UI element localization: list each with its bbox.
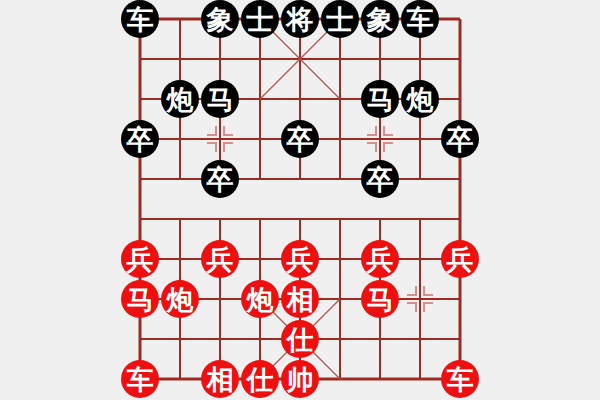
board-point[interactable]: 车 (120, 359, 160, 399)
board-point[interactable] (320, 79, 360, 119)
board-point[interactable] (240, 239, 280, 279)
board-point[interactable]: 兵 (120, 239, 160, 279)
board-point[interactable] (440, 79, 480, 119)
board-point[interactable]: 仕 (240, 359, 280, 399)
board-point[interactable] (440, 199, 480, 239)
piece-black-rook[interactable]: 车 (401, 0, 439, 38)
piece-grid: 车象士将士象车炮马马炮卒卒卒卒卒兵兵兵兵兵马炮炮相马仕车相仕帅车 (120, 0, 480, 399)
board-point[interactable]: 兵 (360, 239, 400, 279)
piece-black-pawn[interactable]: 卒 (281, 120, 319, 158)
board-point[interactable]: 马 (200, 79, 240, 119)
board-point[interactable] (160, 0, 200, 39)
board-point[interactable]: 炮 (160, 279, 200, 319)
board-point[interactable] (280, 79, 320, 119)
board-point[interactable]: 车 (400, 0, 440, 39)
piece-red-pawn[interactable]: 兵 (281, 240, 319, 278)
board-point[interactable] (240, 119, 280, 159)
board-point[interactable] (280, 199, 320, 239)
board-point[interactable]: 马 (360, 279, 400, 319)
board-point[interactable] (120, 319, 160, 359)
board-point[interactable] (280, 159, 320, 199)
board-point[interactable]: 相 (200, 359, 240, 399)
piece-red-pawn[interactable]: 兵 (201, 240, 239, 278)
board-point[interactable]: 卒 (440, 119, 480, 159)
board-point[interactable] (160, 119, 200, 159)
piece-black-pawn[interactable]: 卒 (121, 120, 159, 158)
board-point[interactable] (320, 39, 360, 79)
piece-red-cannon[interactable]: 炮 (241, 280, 279, 318)
board-point[interactable]: 马 (120, 279, 160, 319)
board-point[interactable]: 象 (200, 0, 240, 39)
board-point[interactable] (200, 199, 240, 239)
board-point[interactable] (400, 199, 440, 239)
board-point[interactable] (400, 119, 440, 159)
board-point[interactable] (120, 39, 160, 79)
board-point[interactable] (400, 39, 440, 79)
piece-black-rook[interactable]: 车 (121, 0, 159, 38)
board-point[interactable]: 卒 (200, 159, 240, 199)
piece-black-pawn[interactable]: 卒 (441, 120, 479, 158)
board-point[interactable] (240, 79, 280, 119)
board-point[interactable] (360, 199, 400, 239)
board-point[interactable] (320, 319, 360, 359)
board-point[interactable]: 卒 (120, 119, 160, 159)
board-point[interactable] (400, 279, 440, 319)
piece-red-horse[interactable]: 马 (361, 280, 399, 318)
board-point[interactable]: 车 (440, 359, 480, 399)
xiangqi-board: 车象士将士象车炮马马炮卒卒卒卒卒兵兵兵兵兵马炮炮相马仕车相仕帅车 (0, 0, 600, 400)
board-point[interactable] (320, 359, 360, 399)
piece-black-advisor[interactable]: 士 (321, 0, 359, 38)
board-point[interactable]: 兵 (200, 239, 240, 279)
piece-black-king[interactable]: 将 (281, 0, 319, 38)
piece-black-pawn[interactable]: 卒 (361, 160, 399, 198)
board-point[interactable] (160, 39, 200, 79)
piece-red-cannon[interactable]: 炮 (161, 280, 199, 318)
board-point[interactable] (160, 199, 200, 239)
board-point[interactable] (280, 39, 320, 79)
board-point[interactable]: 士 (320, 0, 360, 39)
board-point[interactable]: 车 (120, 0, 160, 39)
board-point[interactable] (360, 319, 400, 359)
board-point[interactable]: 相 (280, 279, 320, 319)
board-point[interactable] (320, 279, 360, 319)
piece-black-advisor[interactable]: 士 (241, 0, 279, 38)
board-point[interactable] (320, 199, 360, 239)
board-point[interactable]: 炮 (400, 79, 440, 119)
board-point[interactable] (200, 119, 240, 159)
board-point[interactable] (440, 319, 480, 359)
board-point[interactable] (320, 239, 360, 279)
piece-black-cannon[interactable]: 炮 (401, 80, 439, 118)
board-point[interactable]: 卒 (360, 159, 400, 199)
board-point[interactable] (360, 359, 400, 399)
piece-red-horse[interactable]: 马 (121, 280, 159, 318)
board-point[interactable] (160, 359, 200, 399)
board-point[interactable] (440, 39, 480, 79)
board-point[interactable] (400, 159, 440, 199)
board-point[interactable] (400, 319, 440, 359)
piece-red-advisor[interactable]: 仕 (281, 320, 319, 358)
board-point[interactable] (400, 239, 440, 279)
piece-red-rook[interactable]: 车 (441, 360, 479, 398)
board-point[interactable] (360, 39, 400, 79)
piece-black-horse[interactable]: 马 (361, 80, 399, 118)
board-point[interactable] (320, 119, 360, 159)
board-point[interactable]: 帅 (280, 359, 320, 399)
piece-red-elephant[interactable]: 相 (201, 360, 239, 398)
board-point[interactable] (320, 159, 360, 199)
board-point[interactable] (240, 159, 280, 199)
board-point[interactable] (200, 39, 240, 79)
board-point[interactable] (160, 239, 200, 279)
piece-red-advisor[interactable]: 仕 (241, 360, 279, 398)
board-point[interactable]: 兵 (440, 239, 480, 279)
board-point[interactable] (200, 319, 240, 359)
board-point[interactable] (360, 119, 400, 159)
board-point[interactable] (440, 0, 480, 39)
board-point[interactable] (120, 79, 160, 119)
piece-black-pawn[interactable]: 卒 (201, 160, 239, 198)
board-point[interactable] (160, 159, 200, 199)
piece-red-pawn[interactable]: 兵 (441, 240, 479, 278)
board-point[interactable] (440, 159, 480, 199)
piece-black-horse[interactable]: 马 (201, 80, 239, 118)
piece-red-pawn[interactable]: 兵 (121, 240, 159, 278)
board-point[interactable]: 兵 (280, 239, 320, 279)
board-point[interactable] (240, 39, 280, 79)
piece-black-elephant[interactable]: 象 (201, 0, 239, 38)
board-point[interactable]: 炮 (160, 79, 200, 119)
board-point[interactable] (400, 359, 440, 399)
board-point[interactable]: 象 (360, 0, 400, 39)
piece-red-elephant[interactable]: 相 (281, 280, 319, 318)
board-point[interactable] (240, 199, 280, 239)
board-point[interactable]: 卒 (280, 119, 320, 159)
board-point[interactable] (120, 199, 160, 239)
board-point[interactable]: 仕 (280, 319, 320, 359)
board-point[interactable]: 马 (360, 79, 400, 119)
board-point[interactable] (240, 319, 280, 359)
board-point[interactable] (440, 279, 480, 319)
board-point[interactable]: 将 (280, 0, 320, 39)
piece-black-cannon[interactable]: 炮 (161, 80, 199, 118)
board-point[interactable] (120, 159, 160, 199)
board-point[interactable] (160, 319, 200, 359)
board-point[interactable]: 炮 (240, 279, 280, 319)
board-point[interactable] (200, 279, 240, 319)
piece-black-elephant[interactable]: 象 (361, 0, 399, 38)
piece-red-pawn[interactable]: 兵 (361, 240, 399, 278)
piece-red-king[interactable]: 帅 (281, 360, 319, 398)
piece-red-rook[interactable]: 车 (121, 360, 159, 398)
board-point[interactable]: 士 (240, 0, 280, 39)
